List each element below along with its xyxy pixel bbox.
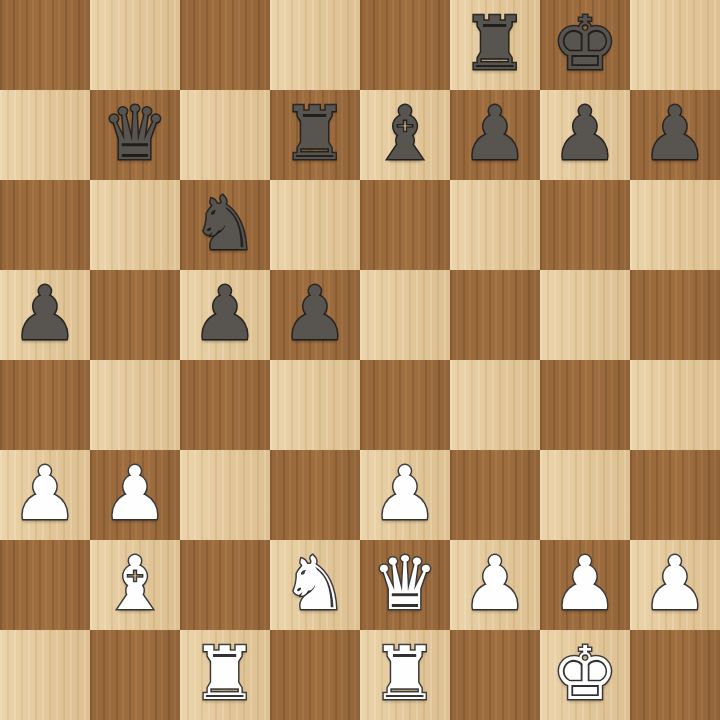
piece-black-pawn[interactable]: ♟ (642, 88, 708, 178)
square-b2[interactable]: ♝ (90, 540, 180, 630)
square-g1[interactable]: ♚ (540, 630, 630, 720)
square-h1[interactable] (630, 630, 720, 720)
piece-white-pawn[interactable]: ♟ (462, 538, 528, 628)
piece-black-bishop[interactable]: ♝ (372, 88, 438, 178)
square-f1[interactable] (450, 630, 540, 720)
square-h7[interactable]: ♟ (630, 90, 720, 180)
square-c6[interactable]: ♞ (180, 180, 270, 270)
square-a5[interactable]: ♟ (0, 270, 90, 360)
square-f5[interactable] (450, 270, 540, 360)
square-g2[interactable]: ♟ (540, 540, 630, 630)
square-e1[interactable]: ♜ (360, 630, 450, 720)
square-e6[interactable] (360, 180, 450, 270)
square-d8[interactable] (270, 0, 360, 90)
square-f3[interactable] (450, 450, 540, 540)
piece-white-rook[interactable]: ♜ (192, 628, 258, 718)
square-c4[interactable] (180, 360, 270, 450)
square-g8[interactable]: ♚ (540, 0, 630, 90)
square-a1[interactable] (0, 630, 90, 720)
square-b8[interactable] (90, 0, 180, 90)
square-d4[interactable] (270, 360, 360, 450)
square-c2[interactable] (180, 540, 270, 630)
square-a4[interactable] (0, 360, 90, 450)
square-g4[interactable] (540, 360, 630, 450)
square-d6[interactable] (270, 180, 360, 270)
square-d7[interactable]: ♜ (270, 90, 360, 180)
square-c1[interactable]: ♜ (180, 630, 270, 720)
square-g5[interactable] (540, 270, 630, 360)
piece-white-pawn[interactable]: ♟ (12, 448, 78, 538)
square-h4[interactable] (630, 360, 720, 450)
square-b6[interactable] (90, 180, 180, 270)
piece-black-queen[interactable]: ♛ (102, 88, 168, 178)
square-b7[interactable]: ♛ (90, 90, 180, 180)
piece-black-pawn[interactable]: ♟ (462, 88, 528, 178)
piece-white-bishop[interactable]: ♝ (102, 538, 168, 628)
piece-white-king[interactable]: ♚ (552, 628, 618, 718)
square-b4[interactable] (90, 360, 180, 450)
piece-white-queen[interactable]: ♛ (372, 538, 438, 628)
piece-black-knight[interactable]: ♞ (192, 178, 258, 268)
square-d1[interactable] (270, 630, 360, 720)
square-g3[interactable] (540, 450, 630, 540)
square-c8[interactable] (180, 0, 270, 90)
chess-board: ♜♚♛♜♝♟♟♟♞♟♟♟♟♟♟♝♞♛♟♟♟♜♜♚ (0, 0, 720, 720)
square-e7[interactable]: ♝ (360, 90, 450, 180)
square-b5[interactable] (90, 270, 180, 360)
square-e3[interactable]: ♟ (360, 450, 450, 540)
square-e8[interactable] (360, 0, 450, 90)
square-d5[interactable]: ♟ (270, 270, 360, 360)
square-a2[interactable] (0, 540, 90, 630)
square-d2[interactable]: ♞ (270, 540, 360, 630)
piece-white-pawn[interactable]: ♟ (642, 538, 708, 628)
piece-white-pawn[interactable]: ♟ (102, 448, 168, 538)
square-h5[interactable] (630, 270, 720, 360)
piece-white-pawn[interactable]: ♟ (372, 448, 438, 538)
square-a3[interactable]: ♟ (0, 450, 90, 540)
square-f2[interactable]: ♟ (450, 540, 540, 630)
piece-white-rook[interactable]: ♜ (372, 628, 438, 718)
piece-white-pawn[interactable]: ♟ (552, 538, 618, 628)
piece-black-rook[interactable]: ♜ (282, 88, 348, 178)
square-e4[interactable] (360, 360, 450, 450)
square-g6[interactable] (540, 180, 630, 270)
piece-black-pawn[interactable]: ♟ (192, 268, 258, 358)
piece-white-knight[interactable]: ♞ (282, 538, 348, 628)
square-h3[interactable] (630, 450, 720, 540)
square-c5[interactable]: ♟ (180, 270, 270, 360)
square-e5[interactable] (360, 270, 450, 360)
square-h2[interactable]: ♟ (630, 540, 720, 630)
square-f8[interactable]: ♜ (450, 0, 540, 90)
square-a6[interactable] (0, 180, 90, 270)
piece-black-pawn[interactable]: ♟ (282, 268, 348, 358)
piece-black-pawn[interactable]: ♟ (552, 88, 618, 178)
square-h8[interactable] (630, 0, 720, 90)
square-a7[interactable] (0, 90, 90, 180)
piece-black-king[interactable]: ♚ (552, 0, 618, 88)
square-c7[interactable] (180, 90, 270, 180)
piece-black-rook[interactable]: ♜ (462, 0, 528, 88)
square-b1[interactable] (90, 630, 180, 720)
square-f4[interactable] (450, 360, 540, 450)
square-f7[interactable]: ♟ (450, 90, 540, 180)
square-f6[interactable] (450, 180, 540, 270)
square-a8[interactable] (0, 0, 90, 90)
piece-black-pawn[interactable]: ♟ (12, 268, 78, 358)
square-h6[interactable] (630, 180, 720, 270)
square-e2[interactable]: ♛ (360, 540, 450, 630)
square-g7[interactable]: ♟ (540, 90, 630, 180)
square-b3[interactable]: ♟ (90, 450, 180, 540)
square-d3[interactable] (270, 450, 360, 540)
square-c3[interactable] (180, 450, 270, 540)
